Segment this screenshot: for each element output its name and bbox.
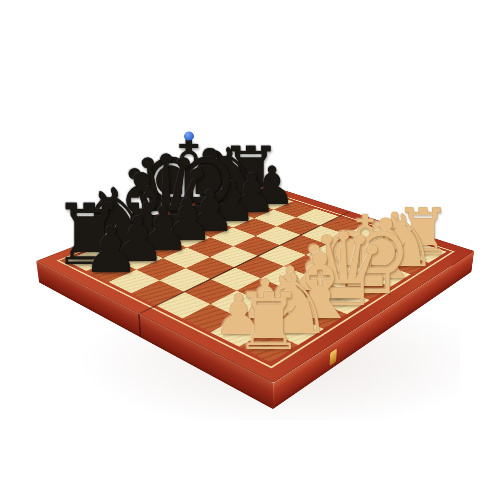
board-border-line — [57, 185, 455, 369]
square-d1 — [317, 288, 370, 314]
square-a4 — [156, 292, 210, 318]
chess-set-photo: ♜♞♝♛♚♝♞♜♟♟♟♟♟♟♟♟♟♟♟♟♟♟♟♟♜♞♝♛♚♝♞♜ — [0, 0, 500, 500]
square-b3 — [210, 291, 264, 317]
square-d2 — [288, 277, 340, 302]
board-grid — [65, 187, 446, 362]
square-a2 — [210, 317, 267, 347]
square-a5 — [132, 281, 184, 306]
square-c1 — [293, 301, 348, 329]
fold-seam-left-side — [138, 314, 141, 338]
folding-chessboard — [36, 179, 474, 383]
chessboard-3d-scene — [0, 0, 500, 500]
brass-latch-front — [330, 348, 337, 366]
square-c3 — [236, 278, 288, 303]
square-a6 — [108, 270, 159, 294]
square-c4 — [210, 267, 261, 290]
square-d4 — [235, 256, 284, 278]
square-e2 — [311, 265, 361, 288]
square-b5 — [159, 268, 210, 292]
square-a7 — [86, 259, 136, 281]
square-b6 — [136, 258, 186, 280]
board-top-surface — [36, 179, 474, 383]
square-c5 — [186, 257, 235, 279]
square-b1 — [267, 316, 324, 346]
square-a3 — [182, 304, 237, 332]
square-b4 — [184, 279, 236, 304]
square-e3 — [284, 255, 333, 277]
square-c2 — [264, 289, 317, 315]
square-d3 — [261, 266, 311, 289]
square-f1 — [361, 264, 411, 287]
square-a1 — [239, 331, 298, 363]
square-b2 — [238, 303, 293, 331]
square-f2 — [332, 254, 380, 276]
square-e1 — [339, 276, 390, 300]
